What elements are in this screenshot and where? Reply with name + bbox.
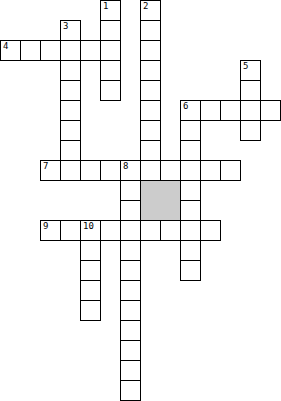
crossword-cell[interactable] (120, 340, 141, 361)
crossword-cell[interactable] (120, 200, 141, 221)
crossword-cell[interactable] (240, 100, 261, 121)
crossword-cell[interactable] (200, 100, 221, 121)
crossword-cell[interactable] (60, 80, 81, 101)
crossword-cell[interactable] (240, 80, 261, 101)
crossword-cell[interactable] (140, 140, 161, 161)
crossword-cell[interactable] (120, 360, 141, 381)
crossword-cell[interactable] (140, 20, 161, 41)
crossword-cell[interactable]: 9 (40, 220, 61, 241)
crossword-cell[interactable] (140, 100, 161, 121)
clue-number: 4 (3, 42, 8, 51)
crossword-cell[interactable] (60, 160, 81, 181)
crossword-cell[interactable] (120, 300, 141, 321)
crossword-cell[interactable] (180, 220, 201, 241)
crossword-cell[interactable] (60, 140, 81, 161)
crossword-cell[interactable] (140, 80, 161, 101)
crossword-cell[interactable]: 3 (60, 20, 81, 41)
clue-number: 8 (123, 162, 128, 171)
crossword-cell[interactable] (80, 240, 101, 261)
clue-number: 7 (43, 162, 48, 171)
clue-number: 10 (83, 222, 94, 231)
crossword-cell[interactable] (120, 260, 141, 281)
crossword-cell[interactable] (180, 140, 201, 161)
clue-number: 5 (243, 62, 248, 71)
blocked-cell (140, 180, 181, 221)
crossword-cell[interactable] (60, 120, 81, 141)
crossword-cell[interactable] (260, 100, 281, 121)
crossword-cell[interactable] (100, 80, 121, 101)
crossword-cell[interactable] (180, 120, 201, 141)
crossword-cell[interactable] (100, 40, 121, 61)
crossword-cell[interactable] (120, 240, 141, 261)
crossword-cell[interactable] (60, 220, 81, 241)
crossword-cell[interactable]: 1 (100, 0, 121, 21)
crossword-cell[interactable] (180, 160, 201, 181)
crossword-cell[interactable] (80, 40, 101, 61)
crossword-cell[interactable]: 6 (180, 100, 201, 121)
crossword-cell[interactable]: 2 (140, 0, 161, 21)
crossword-cell[interactable] (180, 200, 201, 221)
clue-number: 6 (183, 102, 188, 111)
crossword-board: 12345678910 (0, 0, 281, 401)
crossword-cell[interactable] (60, 40, 81, 61)
crossword-cell[interactable] (240, 120, 261, 141)
crossword-cell[interactable] (60, 100, 81, 121)
crossword-cell[interactable] (120, 180, 141, 201)
clue-number: 3 (63, 22, 68, 31)
crossword-cell[interactable]: 5 (240, 60, 261, 81)
crossword-cell[interactable] (200, 220, 221, 241)
crossword-cell[interactable] (220, 160, 241, 181)
crossword-cell[interactable] (120, 220, 141, 241)
crossword-cell[interactable] (120, 320, 141, 341)
crossword-cell[interactable] (140, 120, 161, 141)
crossword-cell[interactable] (120, 280, 141, 301)
crossword-cell[interactable]: 7 (40, 160, 61, 181)
crossword-cell[interactable] (140, 160, 161, 181)
clue-number: 2 (143, 2, 148, 11)
crossword-cell[interactable] (100, 220, 121, 241)
crossword-cell[interactable] (80, 160, 101, 181)
crossword-cell[interactable] (100, 160, 121, 181)
crossword-cell[interactable] (220, 100, 241, 121)
crossword-cell[interactable] (40, 40, 61, 61)
crossword-cell[interactable] (60, 60, 81, 81)
crossword-cell[interactable] (180, 260, 201, 281)
crossword-cell[interactable] (180, 240, 201, 261)
crossword-cell[interactable] (100, 20, 121, 41)
crossword-cell[interactable] (80, 260, 101, 281)
clue-number: 1 (103, 2, 108, 11)
crossword-cell[interactable] (100, 60, 121, 81)
crossword-cell[interactable]: 8 (120, 160, 141, 181)
crossword-cell[interactable] (140, 60, 161, 81)
crossword-cell[interactable] (140, 40, 161, 61)
crossword-cell[interactable]: 4 (0, 40, 21, 61)
crossword-cell[interactable] (20, 40, 41, 61)
crossword-cell[interactable] (140, 220, 161, 241)
crossword-cell[interactable] (80, 280, 101, 301)
crossword-cell[interactable] (80, 300, 101, 321)
crossword-cell[interactable] (180, 180, 201, 201)
crossword-cell[interactable]: 10 (80, 220, 101, 241)
clue-number: 9 (43, 222, 48, 231)
crossword-cell[interactable] (120, 380, 141, 401)
crossword-cell[interactable] (160, 160, 181, 181)
crossword-cell[interactable] (160, 220, 181, 241)
crossword-cell[interactable] (200, 160, 221, 181)
